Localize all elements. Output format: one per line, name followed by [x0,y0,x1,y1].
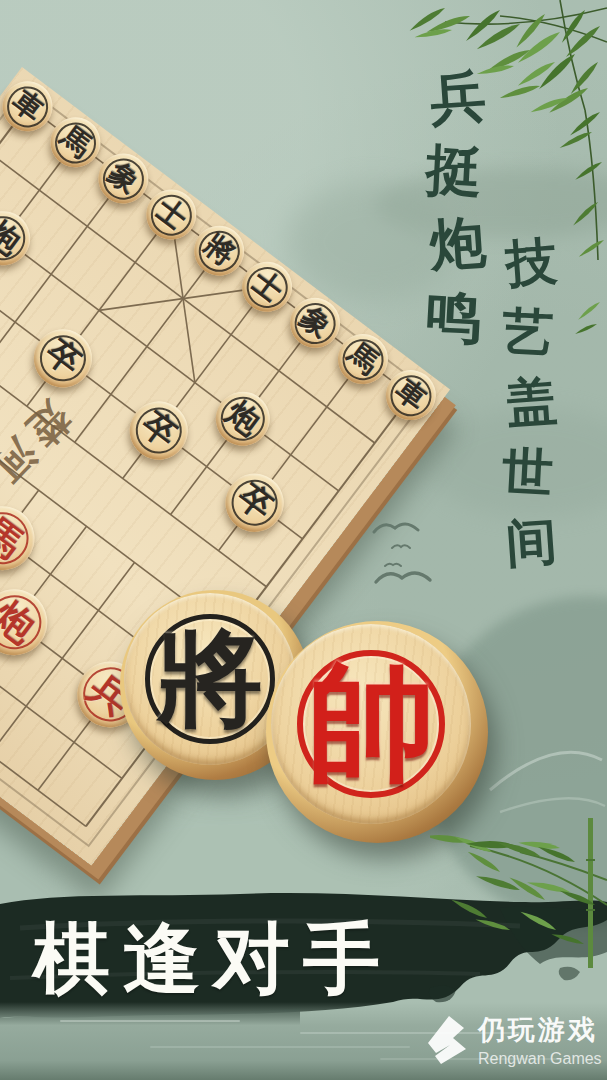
slogan-char: 炮 [428,206,489,283]
slogan-char: 挺 [424,133,484,209]
slogan-column-1: 兵挺炮鸣 [428,62,484,354]
slogan-char: 鸣 [424,279,484,355]
logo-text-en: Rengwan Games [478,1050,602,1068]
red-general-coin: 帥 [266,621,488,843]
slogan-char: 盖 [504,366,560,439]
slogan-char: 世 [500,437,555,510]
slogan-char: 间 [504,506,560,579]
slogan-char: 兵 [428,60,489,137]
banner-title: 棋逢对手 [33,908,393,1012]
slogan-column-2: 技艺盖世间 [504,228,555,578]
coin-face: 帥 [271,624,471,824]
publisher-logo: 仍玩游戏 Rengwan Games [424,1012,602,1068]
red-general-glyph: 帥 [271,624,471,824]
rengwan-logo-icon [424,1013,470,1067]
slogan-char: 技 [504,226,560,299]
logo-text-cn: 仍玩游戏 [478,1012,602,1048]
poster-canvas: 楚河 車 馬 象 士 將 士 象 馬 車 炮 炮 卒 卒 卒 馬 炮 兵 [0,0,607,1080]
slogan-char: 艺 [500,297,555,370]
